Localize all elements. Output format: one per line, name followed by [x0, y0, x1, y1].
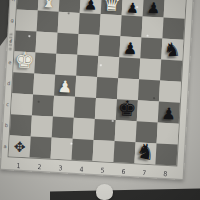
square-r6c5[interactable] — [115, 120, 137, 142]
file-label-b: b — [2, 114, 11, 135]
rank-label-1: 1 — [8, 161, 29, 170]
square-r5c4[interactable] — [95, 98, 117, 120]
square-r0c7[interactable] — [164, 0, 186, 19]
table-edge-shadow — [50, 188, 200, 200]
board-grid: ✥ — [9, 0, 186, 166]
black-pawn[interactable]: ♟ — [122, 0, 144, 15]
square-r6c7[interactable] — [157, 122, 179, 144]
square-r5c3[interactable] — [74, 97, 96, 119]
square-r1c4[interactable] — [100, 14, 122, 36]
file-label-c: c — [3, 93, 12, 114]
square-r4c0[interactable] — [12, 72, 34, 94]
square-r2c3[interactable] — [77, 34, 99, 56]
square-r3c3[interactable] — [76, 55, 98, 77]
rank-label-7: 7 — [134, 168, 155, 177]
square-r4c6[interactable] — [138, 79, 160, 101]
white-queen[interactable]: ♛ — [101, 0, 123, 14]
rank-label-6: 6 — [113, 167, 134, 176]
file-label-d: d — [4, 72, 13, 93]
square-r5c0[interactable] — [11, 93, 33, 115]
black-pawn[interactable]: ♟ — [119, 40, 141, 57]
square-r7c7[interactable] — [155, 143, 177, 165]
square-r1c0[interactable] — [16, 9, 38, 31]
square-r1c3[interactable] — [79, 13, 101, 35]
corner-emblem: ✥ — [9, 135, 31, 157]
chessboard: ✥ 12345678 hgfedcba ⊛4635 ♝♟♛♟♟♟♞♚♟♚♟♞ — [0, 0, 194, 180]
edge-stamp: ⊛4635 — [8, 32, 14, 51]
square-r2c4[interactable] — [98, 35, 120, 57]
square-r5c6[interactable] — [137, 100, 159, 122]
square-r2c2[interactable] — [56, 33, 78, 55]
rank-label-4: 4 — [71, 164, 92, 173]
rank-label-3: 3 — [50, 163, 71, 172]
square-r1c5[interactable] — [120, 15, 142, 37]
square-r6c3[interactable] — [73, 118, 95, 140]
square-r6c4[interactable] — [94, 119, 116, 141]
white-bishop[interactable]: ♝ — [38, 0, 60, 11]
square-r7c2[interactable] — [51, 138, 73, 160]
file-label-h: h — [9, 0, 18, 9]
square-r4c3[interactable] — [75, 76, 97, 98]
file-label-a: a — [1, 135, 10, 156]
rank-label-8: 8 — [155, 169, 176, 178]
square-r3c7[interactable] — [160, 60, 182, 82]
white-king[interactable]: ♚ — [13, 49, 35, 72]
square-r3c4[interactable] — [97, 56, 119, 78]
black-pawn[interactable]: ♟ — [158, 105, 180, 122]
black-knight[interactable]: ♞ — [161, 40, 183, 60]
square-r5c2[interactable] — [53, 96, 75, 118]
chess-photo: ✥ 12345678 hgfedcba ⊛4635 ♝♟♛♟♟♟♞♚♟♚♟♞ — [0, 0, 200, 200]
square-r5c1[interactable] — [32, 94, 54, 116]
square-r6c1[interactable] — [31, 115, 53, 137]
square-r1c6[interactable] — [141, 16, 163, 38]
square-r6c2[interactable] — [52, 117, 74, 139]
black-pawn[interactable]: ♟ — [80, 0, 102, 13]
square-r7c1[interactable] — [30, 136, 52, 158]
square-r3c5[interactable] — [118, 57, 140, 79]
square-r7c0[interactable]: ✥ — [9, 135, 31, 157]
black-pawn[interactable]: ♟ — [143, 0, 165, 16]
square-r2c1[interactable] — [35, 32, 57, 54]
square-r3c2[interactable] — [55, 54, 77, 76]
rank-label-2: 2 — [29, 162, 50, 171]
square-r1c7[interactable] — [162, 18, 184, 40]
square-r1c1[interactable] — [37, 11, 59, 33]
square-r1c2[interactable] — [58, 12, 80, 34]
square-r3c1[interactable] — [34, 53, 56, 75]
square-r4c1[interactable] — [33, 73, 55, 95]
square-r6c0[interactable] — [10, 114, 32, 136]
black-king[interactable]: ♚ — [116, 98, 138, 120]
square-r7c3[interactable] — [72, 139, 94, 161]
square-r7c4[interactable] — [92, 140, 114, 162]
square-r4c4[interactable] — [96, 77, 118, 99]
rank-label-5: 5 — [92, 166, 113, 175]
captured-piece — [96, 184, 113, 200]
file-label-g: g — [8, 9, 17, 30]
square-r4c7[interactable] — [159, 81, 181, 103]
white-pawn[interactable]: ♟ — [54, 79, 76, 96]
square-r2c6[interactable] — [140, 37, 162, 59]
square-r3c6[interactable] — [139, 58, 161, 80]
